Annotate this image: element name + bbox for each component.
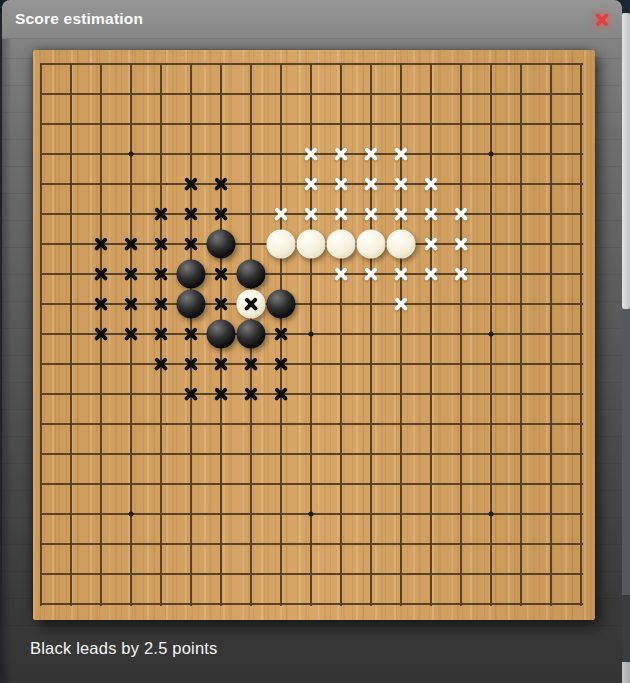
scrollbar-track [622,309,630,595]
white-territory-mark [393,146,409,162]
black-territory-mark [183,206,199,222]
star-point [489,332,494,337]
black-territory-mark [183,326,199,342]
white-stone[interactable] [327,230,356,259]
white-territory-mark [393,266,409,282]
black-territory-mark [93,326,109,342]
black-stone[interactable] [177,290,206,319]
black-territory-mark [243,356,259,372]
black-territory-mark [243,386,259,402]
white-territory-mark [303,146,319,162]
page-scrollbar[interactable] [622,0,630,683]
white-territory-mark [363,266,379,282]
white-territory-mark [393,296,409,312]
white-stone[interactable] [387,230,416,259]
white-territory-mark [333,266,349,282]
black-stone[interactable] [207,320,236,349]
white-stone[interactable] [267,230,296,259]
scrollbar-bottom-nub [622,662,630,683]
dead-stone-mark [243,296,259,312]
left-edge-shadow [2,38,12,683]
black-territory-mark [153,326,169,342]
scrollbar-track-lower [622,595,630,662]
black-stone[interactable] [267,290,296,319]
black-territory-mark [213,386,229,402]
black-territory-mark [183,236,199,252]
black-territory-mark [93,236,109,252]
white-territory-mark [333,146,349,162]
scrollbar-thumb[interactable] [622,13,630,309]
black-territory-mark [93,266,109,282]
black-stone[interactable] [177,260,206,289]
black-territory-mark [153,236,169,252]
black-territory-mark [273,386,289,402]
star-point [309,512,314,517]
black-territory-mark [183,176,199,192]
black-territory-mark [153,266,169,282]
white-territory-mark [363,176,379,192]
black-territory-mark [123,296,139,312]
white-territory-mark [453,206,469,222]
star-point [489,512,494,517]
star-point [309,332,314,337]
score-estimation-dialog: Black leads by 2.5 points Score estimati… [2,0,622,683]
go-board[interactable] [33,50,595,620]
white-territory-mark [423,176,439,192]
white-territory-mark [303,176,319,192]
white-territory-mark [423,206,439,222]
white-territory-mark [333,206,349,222]
black-territory-mark [93,296,109,312]
dialog-title: Score estimation [15,0,143,38]
black-territory-mark [213,296,229,312]
white-stone[interactable] [357,230,386,259]
score-result-text: Black leads by 2.5 points [30,639,218,658]
star-point [489,152,494,157]
black-territory-mark [153,356,169,372]
black-territory-mark [183,356,199,372]
white-territory-mark [333,176,349,192]
white-territory-mark [453,266,469,282]
white-territory-mark [363,206,379,222]
white-territory-mark [303,206,319,222]
scrollbar-top-cap [622,0,630,13]
black-stone[interactable] [237,320,266,349]
white-territory-mark [273,206,289,222]
black-territory-mark [183,386,199,402]
star-point [129,152,134,157]
black-territory-mark [273,326,289,342]
white-territory-mark [423,236,439,252]
black-territory-mark [123,266,139,282]
white-territory-mark [393,206,409,222]
white-territory-mark [453,236,469,252]
black-territory-mark [273,356,289,372]
black-stone[interactable] [207,230,236,259]
black-territory-mark [123,326,139,342]
black-territory-mark [213,176,229,192]
dialog-body: Black leads by 2.5 points [2,38,622,683]
white-territory-mark [423,266,439,282]
close-icon[interactable] [593,11,611,29]
white-territory-mark [363,146,379,162]
white-territory-mark [393,176,409,192]
black-stone[interactable] [237,260,266,289]
black-territory-mark [213,356,229,372]
black-territory-mark [153,296,169,312]
black-territory-mark [153,206,169,222]
black-territory-mark [213,206,229,222]
black-territory-mark [123,236,139,252]
white-stone[interactable] [297,230,326,259]
black-territory-mark [213,266,229,282]
dialog-title-bar[interactable]: Score estimation [2,0,622,39]
star-point [129,512,134,517]
